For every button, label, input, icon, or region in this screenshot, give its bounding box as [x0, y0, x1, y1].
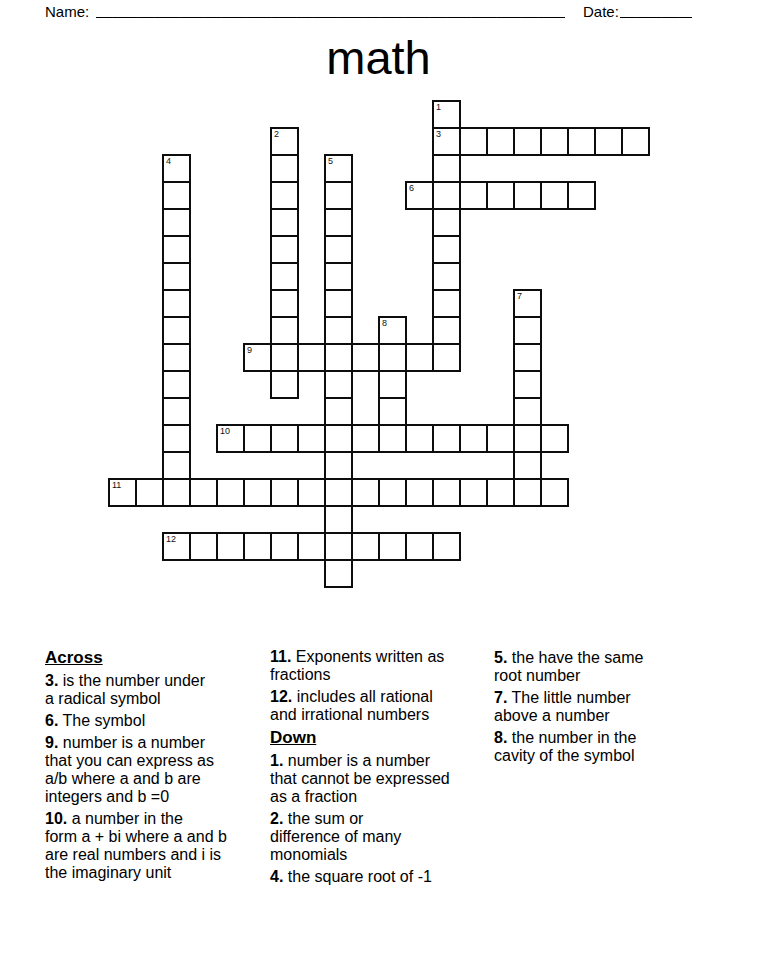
- grid-cell[interactable]: [514, 425, 541, 452]
- grid-cell[interactable]: [244, 479, 271, 506]
- grid-cell[interactable]: [379, 479, 406, 506]
- clue-number: 3.: [45, 672, 58, 689]
- clue-text: The little number above a number: [494, 689, 631, 724]
- grid-cell[interactable]: [460, 425, 487, 452]
- clue-number: 1.: [270, 752, 283, 769]
- grid-cell[interactable]: [460, 182, 487, 209]
- grid-cell[interactable]: [487, 425, 514, 452]
- grid-cell[interactable]: [433, 290, 460, 317]
- grid-cell[interactable]: [325, 290, 352, 317]
- grid-cell[interactable]: [406, 479, 433, 506]
- name-blank-line: ________________________________________…: [96, 1, 565, 19]
- clue: 9. number is a number that you can expre…: [45, 734, 275, 806]
- grid-cell[interactable]: [163, 371, 190, 398]
- clue: 10. a number in the form a + bi where a …: [45, 810, 275, 882]
- clue-text: number is a number that you can express …: [45, 734, 214, 805]
- grid-cell[interactable]: [406, 425, 433, 452]
- grid-cell[interactable]: [271, 182, 298, 209]
- clue-column-right: 5. the have the same root number7. The l…: [494, 649, 689, 769]
- page-title: math: [0, 33, 757, 83]
- grid-cell[interactable]: [433, 425, 460, 452]
- name-label: Name:: [45, 3, 89, 21]
- grid-cell[interactable]: [325, 398, 352, 425]
- clue-number: 2.: [270, 810, 283, 827]
- grid-cell[interactable]: [325, 209, 352, 236]
- grid-cell[interactable]: [163, 155, 190, 182]
- clue-number: 4.: [270, 868, 283, 885]
- clue-number: 6.: [45, 712, 58, 729]
- grid-cell[interactable]: [541, 425, 568, 452]
- grid-cell[interactable]: [379, 344, 406, 371]
- clue-number: 5.: [494, 649, 507, 666]
- grid-cell[interactable]: [163, 398, 190, 425]
- clue-list-heading: Down: [270, 728, 485, 747]
- grid-cell[interactable]: [163, 425, 190, 452]
- grid-cell[interactable]: [352, 344, 379, 371]
- clue-text: is the number under a radical symbol: [45, 672, 205, 707]
- grid-cell[interactable]: [271, 344, 298, 371]
- date-label: Date:: [583, 3, 619, 21]
- clue: 11. Exponents written as fractions: [270, 648, 485, 684]
- clue-text: number is a number that cannot be expres…: [270, 752, 450, 805]
- grid-cell[interactable]: [379, 533, 406, 560]
- grid-cell[interactable]: [325, 560, 352, 587]
- grid-cell[interactable]: [298, 533, 325, 560]
- grid-cell[interactable]: [406, 344, 433, 371]
- grid-cell[interactable]: [433, 479, 460, 506]
- grid-cell[interactable]: [460, 128, 487, 155]
- clue: 12. includes all rational and irrational…: [270, 688, 485, 724]
- grid-cell[interactable]: [433, 128, 460, 155]
- grid-cell[interactable]: [379, 317, 406, 344]
- grid-cell[interactable]: [271, 263, 298, 290]
- grid-cell[interactable]: [163, 452, 190, 479]
- grid-cell[interactable]: [271, 290, 298, 317]
- clue-text: the sum or difference of many monomials: [270, 810, 401, 863]
- grid-cell[interactable]: [379, 398, 406, 425]
- grid-cell[interactable]: [433, 236, 460, 263]
- grid-cell[interactable]: [487, 182, 514, 209]
- grid-cell[interactable]: [568, 128, 595, 155]
- clue: 5. the have the same root number: [494, 649, 689, 685]
- grid-cell[interactable]: [352, 425, 379, 452]
- clue-number: 9.: [45, 734, 58, 751]
- grid-cell[interactable]: [379, 425, 406, 452]
- grid-cell[interactable]: [271, 209, 298, 236]
- grid-cell[interactable]: [163, 209, 190, 236]
- grid-cell[interactable]: [406, 533, 433, 560]
- clue-text: the have the same root number: [494, 649, 643, 684]
- grid-cell[interactable]: [244, 425, 271, 452]
- grid-cell[interactable]: [514, 479, 541, 506]
- grid-cell[interactable]: [514, 398, 541, 425]
- grid-cell[interactable]: [271, 236, 298, 263]
- clue-number: 11.: [270, 648, 291, 665]
- clue-text: includes all rational and irrational num…: [270, 688, 433, 723]
- grid-cell[interactable]: [325, 236, 352, 263]
- grid-cell[interactable]: [514, 182, 541, 209]
- clue-number: 10.: [45, 810, 67, 827]
- grid-cell[interactable]: [514, 371, 541, 398]
- date-blank-line: __________: [620, 1, 692, 19]
- grid-cell[interactable]: [271, 425, 298, 452]
- clue-text: The symbol: [58, 712, 145, 729]
- clue-number: 12.: [270, 688, 292, 705]
- grid-cell[interactable]: [325, 371, 352, 398]
- grid-cell[interactable]: [541, 182, 568, 209]
- grid-cell[interactable]: [163, 236, 190, 263]
- clue-text: the number in the cavity of the symbol: [494, 729, 636, 764]
- grid-cell[interactable]: [325, 479, 352, 506]
- grid-cell[interactable]: [433, 209, 460, 236]
- grid-cell[interactable]: [271, 533, 298, 560]
- grid-cell[interactable]: [325, 155, 352, 182]
- crossword-grid: 123456789101112: [109, 101, 650, 588]
- grid-cell[interactable]: [271, 479, 298, 506]
- grid-cell[interactable]: [487, 128, 514, 155]
- clue-number: 7.: [494, 689, 507, 706]
- grid-cell[interactable]: [217, 533, 244, 560]
- grid-cell[interactable]: [433, 317, 460, 344]
- grid-cell[interactable]: [460, 479, 487, 506]
- grid-cell[interactable]: [595, 128, 622, 155]
- grid-cell[interactable]: [541, 479, 568, 506]
- grid-cell[interactable]: [163, 263, 190, 290]
- grid-cell[interactable]: [298, 425, 325, 452]
- grid-cell[interactable]: [514, 317, 541, 344]
- grid-cell[interactable]: [487, 479, 514, 506]
- grid-cell[interactable]: [514, 290, 541, 317]
- grid-cell[interactable]: [190, 533, 217, 560]
- grid-cell[interactable]: [217, 425, 244, 452]
- grid-cell[interactable]: [163, 317, 190, 344]
- grid-cell[interactable]: [244, 344, 271, 371]
- grid-cell[interactable]: [352, 479, 379, 506]
- clue-column-across: Across3. is the number under a radical s…: [45, 648, 275, 886]
- grid-cell[interactable]: [217, 479, 244, 506]
- grid-cell[interactable]: [298, 344, 325, 371]
- grid-cell[interactable]: [163, 479, 190, 506]
- grid-cell[interactable]: [514, 344, 541, 371]
- grid-cell[interactable]: [163, 344, 190, 371]
- grid-cell[interactable]: [298, 479, 325, 506]
- grid-cell[interactable]: [352, 533, 379, 560]
- grid-cell[interactable]: [325, 506, 352, 533]
- clue: 8. the number in the cavity of the symbo…: [494, 729, 689, 765]
- grid-cell[interactable]: [433, 182, 460, 209]
- grid-cell[interactable]: [136, 479, 163, 506]
- grid-cell[interactable]: [109, 479, 136, 506]
- grid-cell[interactable]: [514, 128, 541, 155]
- grid-cell[interactable]: [433, 155, 460, 182]
- grid-cell[interactable]: [379, 371, 406, 398]
- grid-cell[interactable]: [325, 317, 352, 344]
- grid-cell[interactable]: [271, 317, 298, 344]
- clue-column-middle: 11. Exponents written as fractions12. in…: [270, 648, 485, 890]
- clue-number: 8.: [494, 729, 507, 746]
- grid-cell[interactable]: [163, 290, 190, 317]
- clue: 1. number is a number that cannot be exp…: [270, 752, 485, 806]
- grid-cell[interactable]: [622, 128, 649, 155]
- grid-cell[interactable]: [325, 344, 352, 371]
- clue-text: a number in the form a + bi where a and …: [45, 810, 227, 881]
- grid-cell[interactable]: [325, 452, 352, 479]
- grid-cell[interactable]: [244, 533, 271, 560]
- grid-cell[interactable]: [325, 182, 352, 209]
- grid-cell[interactable]: [271, 371, 298, 398]
- grid-cell[interactable]: [433, 101, 460, 128]
- grid-cell[interactable]: [433, 344, 460, 371]
- grid-cell[interactable]: [190, 479, 217, 506]
- grid-cell[interactable]: [541, 128, 568, 155]
- grid-cell[interactable]: [433, 533, 460, 560]
- grid-cell[interactable]: [406, 182, 433, 209]
- grid-cell[interactable]: [163, 182, 190, 209]
- grid-cell[interactable]: [514, 452, 541, 479]
- grid-cell[interactable]: [271, 128, 298, 155]
- clue: 7. The little number above a number: [494, 689, 689, 725]
- grid-cell[interactable]: [325, 425, 352, 452]
- grid-cell[interactable]: [325, 533, 352, 560]
- grid-cell[interactable]: [325, 263, 352, 290]
- worksheet-page: Name: __________________________________…: [0, 0, 757, 980]
- clue: 2. the sum or difference of many monomia…: [270, 810, 485, 864]
- clue: 6. The symbol: [45, 712, 275, 730]
- clue-text: the square root of -1: [283, 868, 432, 885]
- grid-cell[interactable]: [163, 533, 190, 560]
- grid-cell[interactable]: [433, 263, 460, 290]
- clue-text: Exponents written as fractions: [270, 648, 444, 683]
- grid-cell[interactable]: [271, 155, 298, 182]
- grid-cell[interactable]: [568, 182, 595, 209]
- clue-list-heading: Across: [45, 648, 275, 667]
- clue: 3. is the number under a radical symbol: [45, 672, 275, 708]
- clue: 4. the square root of -1: [270, 868, 485, 886]
